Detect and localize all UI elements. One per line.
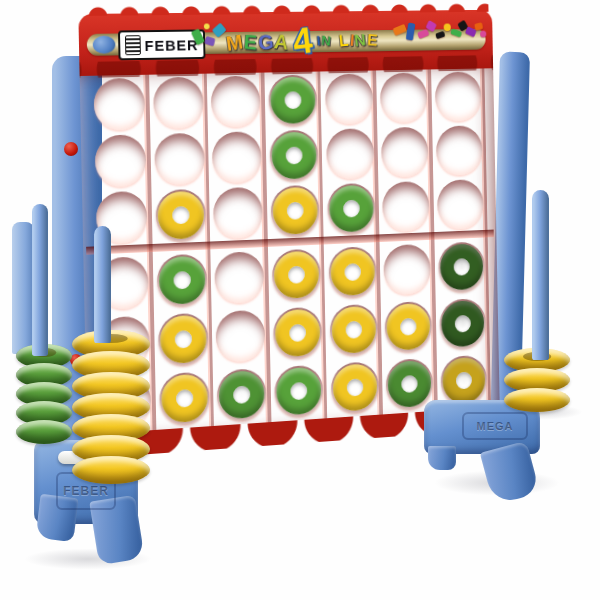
cell-r4c3: [210, 247, 268, 308]
cell-r4c7: [434, 237, 489, 296]
title-letter: M: [225, 30, 245, 53]
cell-r1c5: [321, 70, 378, 126]
cell-r4c2: [152, 249, 211, 311]
cell-r5c6: [381, 297, 437, 357]
feber-logo-text: FEBER: [144, 36, 198, 54]
red-knob-upper: [64, 142, 78, 156]
yellow-ring: [442, 357, 485, 405]
hole: [436, 125, 483, 176]
cell-r3c7: [433, 176, 488, 232]
hole: [274, 364, 323, 417]
green-ring: [329, 184, 374, 232]
confetti-piece: [480, 31, 486, 38]
cell-r1c6: [376, 69, 432, 125]
hole: [328, 246, 377, 298]
yellow-ring: [331, 306, 376, 355]
hole: [213, 186, 263, 239]
hole: [270, 184, 319, 236]
cell-r3c6: [378, 178, 434, 235]
title-letter: A: [273, 30, 289, 52]
cell-r3c3: [209, 184, 267, 242]
left-yellow-stack: [72, 330, 150, 484]
yellow-ring: [386, 303, 430, 351]
cell-r2c6: [377, 124, 433, 180]
green-ring: [219, 370, 265, 420]
feber-emblem-icon: [125, 35, 141, 55]
hole: [217, 368, 267, 422]
right-foot-rear-prong: [428, 446, 456, 470]
right-pole: [532, 190, 549, 360]
title-letter: N: [321, 33, 331, 47]
cell-r6c5: [326, 357, 383, 418]
yellow-spare-ring: [504, 388, 570, 412]
left-rear-leg-bar: [12, 222, 34, 354]
yellow-ring: [330, 248, 375, 296]
hole: [273, 306, 322, 359]
hole: [438, 241, 485, 292]
title-letter: G: [257, 30, 274, 52]
yellow-ring: [275, 308, 321, 357]
cell-r3c4: [266, 182, 323, 239]
board-upper-grid: [80, 68, 497, 247]
hole: [216, 309, 266, 363]
hole: [212, 131, 262, 183]
top-banner: FEBER MEGA4INLINE: [78, 10, 493, 76]
hole: [272, 248, 321, 301]
title-letter: E: [243, 31, 257, 52]
hole: [330, 361, 379, 414]
cell-r6c4: [270, 360, 327, 422]
cell-r1c3: [207, 73, 265, 130]
hole: [95, 134, 147, 187]
cell-r5c3: [212, 305, 270, 367]
title-letter: N: [354, 31, 367, 49]
hole: [381, 126, 429, 177]
confetti-piece: [444, 23, 451, 31]
cell-r2c5: [322, 125, 379, 182]
cell-r6c2: [155, 367, 214, 430]
confetti-piece: [204, 23, 210, 29]
hole: [380, 72, 428, 123]
hole: [326, 128, 375, 179]
cell-r4c5: [324, 242, 381, 302]
cell-r2c1: [91, 131, 151, 189]
hole: [215, 251, 265, 304]
cell-r1c1: [89, 75, 149, 133]
yellow-ring: [272, 186, 318, 234]
cell-r5c4: [269, 302, 326, 363]
cell-r1c7: [431, 68, 486, 123]
title-letter: L: [338, 32, 349, 49]
hole: [383, 244, 431, 296]
cell-r2c7: [432, 122, 487, 178]
cell-r2c4: [265, 127, 322, 184]
left-pole-outer: [32, 204, 48, 356]
green-ring: [271, 131, 317, 179]
yellow-ring: [161, 373, 208, 423]
hole: [434, 71, 481, 121]
hole: [269, 129, 318, 181]
hole: [327, 182, 376, 234]
title-letter: 4: [291, 21, 315, 60]
yellow-ring: [332, 363, 377, 412]
product-photo-connect-four: FEBER MEGA4INLINE FEBER MEGA: [0, 0, 600, 600]
yellow-spare-ring: [72, 456, 150, 484]
cell-r2c2: [150, 130, 209, 188]
hole: [211, 75, 261, 127]
yellow-ring: [157, 190, 204, 239]
hole: [153, 76, 204, 128]
cell-r5c7: [435, 294, 490, 354]
hole: [94, 77, 146, 130]
hole: [382, 180, 430, 231]
hole: [440, 355, 487, 407]
cell-r2c3: [208, 128, 266, 185]
green-spare-ring: [16, 420, 72, 444]
green-ring: [158, 256, 205, 305]
cell-r4c6: [379, 240, 435, 300]
left-pole-inner: [94, 226, 111, 343]
hole: [329, 304, 378, 357]
yellow-ring: [160, 314, 207, 364]
cell-r3c2: [151, 186, 210, 244]
right-foot-emboss: MEGA: [462, 412, 528, 440]
green-ring: [276, 366, 322, 415]
green-ring: [387, 360, 431, 409]
banner-title: MEGA4INLINE: [226, 12, 483, 70]
hole: [158, 312, 209, 366]
green-ring: [441, 300, 484, 348]
cell-r5c5: [325, 300, 382, 361]
cell-r1c2: [149, 74, 208, 132]
hole: [325, 73, 374, 124]
hole: [384, 301, 432, 353]
hole: [154, 132, 205, 185]
green-ring: [270, 76, 316, 124]
cell-r6c3: [213, 364, 271, 426]
hole: [268, 74, 317, 126]
hole: [437, 179, 484, 230]
title-letter: E: [366, 31, 377, 48]
cell-r5c2: [153, 308, 212, 370]
hole: [157, 253, 208, 307]
hole: [155, 188, 206, 241]
hole: [386, 358, 434, 411]
hole: [439, 298, 486, 350]
left-green-stack: [16, 344, 72, 444]
cell-r4c4: [268, 244, 325, 305]
green-ring: [440, 243, 483, 290]
hole: [159, 371, 210, 425]
yellow-ring: [274, 251, 320, 300]
cell-r1c4: [264, 71, 321, 128]
cell-r3c5: [323, 180, 380, 237]
